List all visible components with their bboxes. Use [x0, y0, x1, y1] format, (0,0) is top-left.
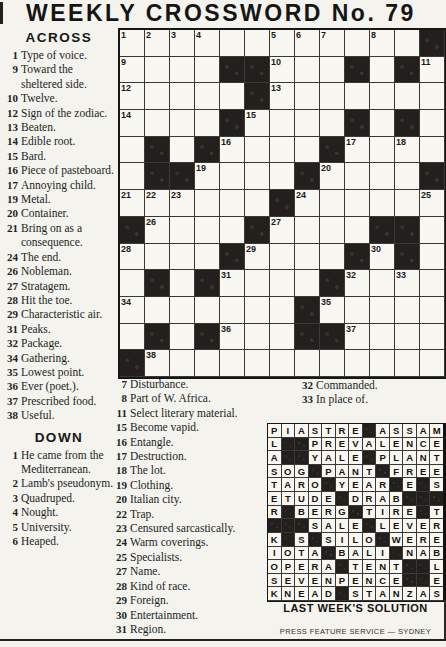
- solution-cell: T: [430, 506, 444, 520]
- solution-cell: L: [363, 547, 377, 561]
- puzzle-cell[interactable]: [170, 244, 195, 271]
- puzzle-cell[interactable]: [395, 83, 420, 110]
- solution-cell: E: [390, 438, 404, 452]
- cell-number: 10: [271, 57, 281, 67]
- cell-number: 31: [221, 270, 231, 280]
- puzzle-cell[interactable]: [320, 57, 345, 84]
- clue-text: The lot.: [130, 463, 286, 477]
- puzzle-cell[interactable]: [195, 244, 220, 271]
- puzzle-cell[interactable]: [170, 324, 195, 351]
- solution-letter: A: [325, 452, 332, 463]
- puzzle-cell[interactable]: [345, 190, 370, 217]
- clue-24: 24Warm coverings.: [108, 535, 286, 549]
- solution-letter: T: [326, 425, 332, 436]
- solution-letter: R: [379, 479, 386, 490]
- puzzle-cell[interactable]: [345, 163, 370, 190]
- puzzle-cell[interactable]: [245, 350, 270, 377]
- clue-text: Nought.: [21, 505, 117, 519]
- solution-letter: O: [311, 479, 318, 490]
- puzzle-cell[interactable]: [145, 83, 170, 110]
- solution-letter: G: [338, 506, 345, 517]
- solution-cell: S: [322, 533, 336, 547]
- clue-10: 10Twelve.: [1, 91, 117, 105]
- puzzle-cell[interactable]: [395, 30, 420, 57]
- puzzle-cell[interactable]: [170, 297, 195, 324]
- puzzle-cell[interactable]: 22: [145, 190, 170, 217]
- clue-text: Sign of the zodiac.: [21, 106, 117, 120]
- solution-letter: Y: [339, 479, 345, 490]
- clue-text: Twelve.: [21, 91, 117, 105]
- puzzle-cell[interactable]: 11: [420, 57, 445, 84]
- clue-29: 29Characteristic air.: [1, 307, 117, 321]
- puzzle-cell[interactable]: 17: [345, 137, 370, 164]
- puzzle-cell[interactable]: 26: [145, 217, 170, 244]
- puzzle-cell[interactable]: [420, 324, 445, 351]
- solution-block: [282, 519, 296, 533]
- solution-letter: N: [284, 588, 291, 599]
- puzzle-cell[interactable]: 32: [345, 270, 370, 297]
- solution-cell: I: [336, 533, 350, 547]
- clue-number: 9: [1, 62, 18, 91]
- cell-number: 26: [146, 217, 156, 227]
- puzzle-cell[interactable]: 4: [195, 30, 220, 57]
- puzzle-cell[interactable]: 21: [120, 190, 145, 217]
- puzzle-cell[interactable]: [320, 350, 345, 377]
- puzzle-cell[interactable]: 25: [420, 190, 445, 217]
- cell-number: 29: [246, 244, 256, 254]
- clue-1: 1Type of voice.: [1, 48, 117, 62]
- puzzle-block: [145, 163, 170, 190]
- solution-letter: O: [284, 547, 291, 558]
- solution-cell: A: [295, 424, 309, 438]
- solution-cell: A: [376, 587, 390, 601]
- puzzle-cell[interactable]: [220, 350, 245, 377]
- cell-number: 5: [271, 30, 276, 40]
- puzzle-cell[interactable]: 31: [220, 270, 245, 297]
- solution-block: [295, 438, 309, 452]
- puzzle-cell[interactable]: 24: [295, 190, 320, 217]
- clue-33: 33In place of.: [294, 392, 444, 406]
- puzzle-cell[interactable]: 35: [320, 297, 345, 324]
- solution-cell: I: [282, 424, 296, 438]
- puzzle-cell[interactable]: [245, 324, 270, 351]
- solution-block: [403, 574, 417, 588]
- clue-text: Italian city.: [130, 492, 286, 506]
- puzzle-cell[interactable]: [145, 297, 170, 324]
- puzzle-cell[interactable]: [195, 83, 220, 110]
- puzzle-cell[interactable]: 28: [120, 244, 145, 271]
- puzzle-cell[interactable]: [195, 350, 220, 377]
- solution-letter: E: [406, 506, 412, 517]
- solution-letter: E: [393, 438, 399, 449]
- puzzle-cell[interactable]: 1: [120, 30, 145, 57]
- solution-cell: N: [322, 574, 336, 588]
- solution-letter: E: [434, 534, 440, 545]
- clue-number: 30: [108, 608, 127, 622]
- solution-cell: B: [295, 506, 309, 520]
- clue-number: 31: [1, 322, 18, 336]
- clue-number: 16: [1, 163, 18, 177]
- puzzle-cell[interactable]: 29: [245, 244, 270, 271]
- puzzle-cell[interactable]: 36: [220, 324, 245, 351]
- puzzle-cell[interactable]: [370, 110, 395, 137]
- solution-letter: R: [298, 479, 305, 490]
- puzzle-cell[interactable]: [420, 83, 445, 110]
- solution-letter: A: [420, 425, 427, 436]
- puzzle-cell[interactable]: [170, 57, 195, 84]
- solution-letter: I: [341, 534, 344, 545]
- solution-cell: P: [322, 465, 336, 479]
- puzzle-cell[interactable]: [170, 217, 195, 244]
- puzzle-cell[interactable]: 20: [320, 163, 345, 190]
- solution-cell: L: [430, 560, 444, 574]
- clue-number: 27: [108, 564, 127, 578]
- puzzle-cell[interactable]: 15: [245, 110, 270, 137]
- clue-32: 32Package.: [1, 336, 117, 350]
- solution-cell: E: [349, 424, 363, 438]
- puzzle-cell[interactable]: [145, 57, 170, 84]
- puzzle-block: [220, 110, 245, 137]
- clue-19: 19Metal.: [1, 192, 117, 206]
- puzzle-cell[interactable]: [170, 110, 195, 137]
- puzzle-cell[interactable]: [370, 324, 395, 351]
- puzzle-cell[interactable]: [245, 270, 270, 297]
- puzzle-cell[interactable]: 14: [120, 110, 145, 137]
- down-clue-list-7-31: 7Disturbance.8Part of W. Africa.11Select…: [108, 377, 286, 636]
- puzzle-cell[interactable]: [370, 270, 395, 297]
- puzzle-cell[interactable]: [345, 217, 370, 244]
- solution-letter: M: [433, 425, 441, 436]
- puzzle-cell[interactable]: 34: [120, 297, 145, 324]
- puzzle-cell[interactable]: [395, 324, 420, 351]
- puzzle-cell[interactable]: [270, 324, 295, 351]
- solution-cell: P: [336, 574, 350, 588]
- puzzle-cell[interactable]: [295, 217, 320, 244]
- puzzle-cell[interactable]: [320, 83, 345, 110]
- solution-cell: G: [336, 506, 350, 520]
- clue-22: 22Trap.: [108, 507, 286, 521]
- puzzle-cell[interactable]: [320, 217, 345, 244]
- clue-number: 23: [108, 521, 127, 535]
- puzzle-cell[interactable]: [120, 270, 145, 297]
- puzzle-cell[interactable]: [195, 57, 220, 84]
- puzzle-cell[interactable]: [420, 110, 445, 137]
- clue-text: Censured sarcastically.: [130, 521, 286, 535]
- puzzle-cell[interactable]: [120, 137, 145, 164]
- solution-cell: A: [309, 547, 323, 561]
- solution-block: [309, 465, 323, 479]
- puzzle-cell[interactable]: [295, 137, 320, 164]
- solution-cell: T: [390, 560, 404, 574]
- puzzle-cell[interactable]: [195, 297, 220, 324]
- puzzle-cell[interactable]: [270, 350, 295, 377]
- solution-letter: L: [366, 547, 372, 558]
- solution-cell: O: [363, 533, 377, 547]
- clue-number: 8: [108, 391, 127, 405]
- puzzle-cell[interactable]: [320, 110, 345, 137]
- puzzle-block: [395, 57, 420, 84]
- puzzle-cell[interactable]: [370, 190, 395, 217]
- puzzle-cell[interactable]: [295, 244, 320, 271]
- cell-number: 37: [346, 324, 356, 334]
- clue-number: 29: [1, 307, 18, 321]
- puzzle-cell[interactable]: 10: [270, 57, 295, 84]
- solution-letter: N: [325, 575, 332, 586]
- puzzle-block: [145, 137, 170, 164]
- puzzle-cell[interactable]: [370, 137, 395, 164]
- solution-letter: E: [312, 575, 318, 586]
- puzzle-cell[interactable]: [220, 30, 245, 57]
- cell-number: 21: [121, 190, 131, 200]
- solution-cell: A: [336, 465, 350, 479]
- puzzle-cell[interactable]: [195, 110, 220, 137]
- puzzle-cell[interactable]: [295, 350, 320, 377]
- solution-cell: N: [282, 587, 296, 601]
- puzzle-cell[interactable]: 38: [145, 350, 170, 377]
- solution-cell: P: [282, 560, 296, 574]
- puzzle-cell[interactable]: [145, 244, 170, 271]
- puzzle-cell[interactable]: [420, 350, 445, 377]
- puzzle-cell[interactable]: [370, 57, 395, 84]
- puzzle-cell[interactable]: [420, 217, 445, 244]
- clue-number: 1: [1, 48, 18, 62]
- puzzle-cell[interactable]: [420, 137, 445, 164]
- solution-cell: T: [322, 424, 336, 438]
- clue-text: Beaten.: [21, 120, 117, 134]
- solution-block: [295, 519, 309, 533]
- solution-letter: R: [406, 466, 413, 477]
- clue-15: 15Become vapid.: [108, 420, 286, 434]
- solution-cell: I: [268, 547, 282, 561]
- puzzle-cell[interactable]: [395, 190, 420, 217]
- clue-number: 16: [108, 435, 127, 449]
- clue-27: 27Stratagem.: [1, 279, 117, 293]
- cell-number: 18: [396, 137, 406, 147]
- puzzle-cell[interactable]: [395, 297, 420, 324]
- puzzle-cell[interactable]: [295, 57, 320, 84]
- solution-letter: N: [393, 588, 400, 599]
- clue-number: 11: [108, 406, 127, 420]
- cell-number: 27: [271, 217, 281, 227]
- solution-block: [336, 560, 350, 574]
- puzzle-block: [295, 297, 320, 324]
- puzzle-cell[interactable]: [395, 350, 420, 377]
- puzzle-cell[interactable]: 12: [120, 83, 145, 110]
- puzzle-cell[interactable]: [295, 270, 320, 297]
- solution-cell: Y: [309, 451, 323, 465]
- puzzle-cell[interactable]: 27: [270, 217, 295, 244]
- puzzle-cell[interactable]: [320, 244, 345, 271]
- puzzle-cell[interactable]: [320, 190, 345, 217]
- puzzle-cell[interactable]: 8: [370, 30, 395, 57]
- clues-left-column: ACROSS 1Type of voice.9Toward the shelte…: [1, 30, 117, 548]
- puzzle-cell[interactable]: [370, 163, 395, 190]
- solution-letter: K: [271, 534, 278, 545]
- solution-block: [417, 506, 431, 520]
- puzzle-block: [220, 57, 245, 84]
- solution-letter: S: [312, 425, 318, 436]
- cell-number: 1: [121, 30, 126, 40]
- puzzle-cell[interactable]: [395, 163, 420, 190]
- solution-cell: L: [376, 519, 390, 533]
- solution-cell: T: [363, 587, 377, 601]
- solution-letter: E: [339, 438, 345, 449]
- puzzle-cell[interactable]: [370, 83, 395, 110]
- solution-cell: E: [349, 574, 363, 588]
- solution-cell: S: [430, 587, 444, 601]
- puzzle-cell[interactable]: [420, 270, 445, 297]
- clue-text: Container.: [21, 206, 117, 220]
- puzzle-cell[interactable]: [420, 297, 445, 324]
- solution-cell: A: [363, 478, 377, 492]
- puzzle-cell[interactable]: [270, 244, 295, 271]
- puzzle-cell[interactable]: [270, 270, 295, 297]
- puzzle-cell[interactable]: [345, 350, 370, 377]
- puzzle-cell[interactable]: [270, 110, 295, 137]
- cell-number: 22: [146, 190, 156, 200]
- puzzle-cell[interactable]: 9: [120, 57, 145, 84]
- solution-letter: T: [298, 547, 304, 558]
- puzzle-cell[interactable]: 13: [270, 83, 295, 110]
- solution-cell: D: [322, 587, 336, 601]
- puzzle-cell[interactable]: 23: [170, 190, 195, 217]
- solution-letter: V: [352, 438, 358, 449]
- puzzle-cell[interactable]: [245, 297, 270, 324]
- puzzle-cell[interactable]: [370, 297, 395, 324]
- puzzle-cell[interactable]: [170, 83, 195, 110]
- puzzle-cell[interactable]: [345, 83, 370, 110]
- solution-letter: R: [339, 425, 346, 436]
- puzzle-cell[interactable]: [420, 244, 445, 271]
- cell-number: 17: [346, 137, 356, 147]
- puzzle-cell[interactable]: [220, 190, 245, 217]
- solution-cell: A: [403, 451, 417, 465]
- puzzle-cell[interactable]: [170, 137, 195, 164]
- puzzle-cell[interactable]: 30: [370, 244, 395, 271]
- crossword-grid: 1234567891011121314151617181920212223242…: [118, 28, 446, 379]
- puzzle-cell[interactable]: [220, 297, 245, 324]
- puzzle-cell[interactable]: 18: [395, 137, 420, 164]
- solution-letter: A: [420, 588, 427, 599]
- clue-number: 4: [1, 505, 18, 519]
- solution-cell: A: [322, 560, 336, 574]
- solution-cell: T: [430, 451, 444, 465]
- puzzle-cell[interactable]: [170, 270, 195, 297]
- puzzle-cell[interactable]: [145, 110, 170, 137]
- solution-letter: E: [420, 520, 426, 531]
- puzzle-cell[interactable]: [270, 163, 295, 190]
- clue-number: 36: [1, 379, 18, 393]
- cell-number: 15: [246, 110, 256, 120]
- clue-8: 8Part of W. Africa.: [108, 391, 286, 405]
- solution-block: [417, 560, 431, 574]
- puzzle-cell[interactable]: [220, 163, 245, 190]
- puzzle-cell[interactable]: [195, 217, 220, 244]
- puzzle-cell[interactable]: 6: [295, 30, 320, 57]
- clue-4: 4Nought.: [1, 505, 117, 519]
- clue-number: 25: [108, 550, 127, 564]
- solution-letter: B: [339, 547, 346, 558]
- solution-letter: E: [434, 466, 440, 477]
- puzzle-cell[interactable]: [170, 350, 195, 377]
- cell-number: 30: [371, 244, 381, 254]
- cell-number: 32: [346, 270, 356, 280]
- solution-cell: R: [322, 506, 336, 520]
- puzzle-cell[interactable]: [120, 163, 145, 190]
- puzzle-cell[interactable]: [245, 190, 270, 217]
- puzzle-cell[interactable]: [245, 163, 270, 190]
- puzzle-cell[interactable]: 7: [320, 30, 345, 57]
- puzzle-cell[interactable]: 5: [270, 30, 295, 57]
- puzzle-block: [295, 324, 320, 351]
- solution-cell: R: [376, 478, 390, 492]
- solution-letter: S: [393, 425, 399, 436]
- solution-letter: R: [366, 493, 373, 504]
- solution-cell: R: [403, 465, 417, 479]
- puzzle-cell[interactable]: [345, 30, 370, 57]
- cell-number: 35: [321, 297, 331, 307]
- puzzle-cell[interactable]: 3: [170, 30, 195, 57]
- puzzle-cell[interactable]: [345, 297, 370, 324]
- cell-number: 23: [171, 190, 181, 200]
- solution-letter: T: [285, 493, 291, 504]
- solution-letter: S: [298, 534, 304, 545]
- puzzle-cell[interactable]: 16: [220, 137, 245, 164]
- puzzle-cell[interactable]: 33: [395, 270, 420, 297]
- solution-letter: R: [311, 561, 318, 572]
- solution-letter: Z: [407, 588, 413, 599]
- solution-cell: E: [322, 492, 336, 506]
- puzzle-cell[interactable]: [245, 137, 270, 164]
- solution-cell: E: [349, 519, 363, 533]
- puzzle-cell[interactable]: [195, 190, 220, 217]
- puzzle-cell[interactable]: [220, 83, 245, 110]
- cell-number: 38: [146, 350, 156, 360]
- solution-block: [322, 478, 336, 492]
- clue-text: Ever (poet.).: [21, 379, 117, 393]
- solution-letter: E: [366, 561, 372, 572]
- clue-34: 34Gathering.: [1, 351, 117, 365]
- puzzle-cell[interactable]: 2: [145, 30, 170, 57]
- puzzle-cell[interactable]: [295, 83, 320, 110]
- solution-cell: I: [376, 506, 390, 520]
- puzzle-cell[interactable]: [370, 350, 395, 377]
- solution-letter: S: [325, 534, 331, 545]
- solution-letter: E: [325, 493, 331, 504]
- puzzle-cell[interactable]: [120, 324, 145, 351]
- solution-cell: U: [295, 492, 309, 506]
- solution-cell: R: [430, 519, 444, 533]
- clue-text: Hit the toe.: [21, 293, 117, 307]
- solution-cell: S: [430, 478, 444, 492]
- clue-text: Quadruped.: [21, 491, 117, 505]
- puzzle-cell[interactable]: [295, 110, 320, 137]
- puzzle-cell[interactable]: [270, 297, 295, 324]
- down-clue-list-1-6: 1He came from the Mediterranean.2Lamb's …: [1, 448, 117, 549]
- puzzle-cell[interactable]: [270, 137, 295, 164]
- puzzle-block: [145, 270, 170, 297]
- solution-letter: A: [420, 547, 427, 558]
- clue-20: 20Container.: [1, 206, 117, 220]
- solution-letter: O: [271, 561, 278, 572]
- solution-letter: B: [433, 547, 440, 558]
- puzzle-cell[interactable]: [220, 217, 245, 244]
- solution-letter: E: [352, 425, 358, 436]
- puzzle-cell[interactable]: 37: [345, 324, 370, 351]
- puzzle-cell[interactable]: 19: [195, 163, 220, 190]
- clue-31: 31Region.: [108, 622, 286, 636]
- puzzle-cell[interactable]: [245, 30, 270, 57]
